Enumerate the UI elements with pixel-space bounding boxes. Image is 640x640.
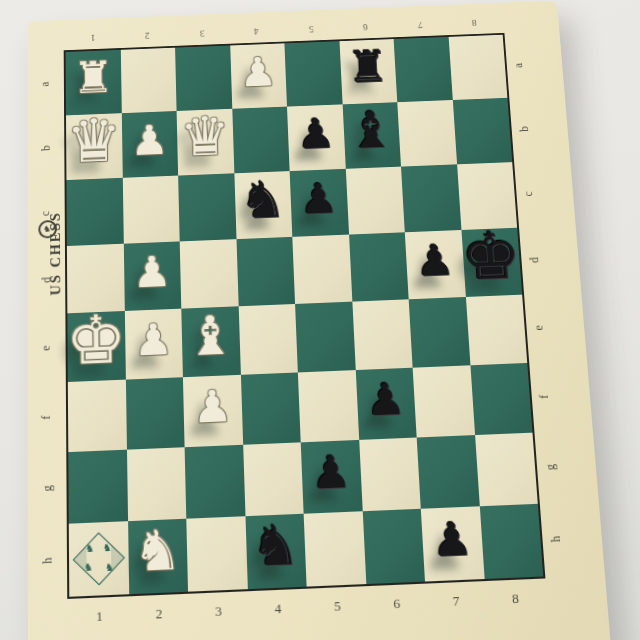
square-h5[interactable] [304, 511, 366, 586]
square-d6[interactable] [349, 232, 409, 301]
square-g7[interactable] [417, 435, 480, 509]
square-a1[interactable]: ♜ [66, 50, 122, 116]
square-c3[interactable] [178, 173, 236, 241]
rank-label-top-3: 3 [199, 29, 204, 39]
rank-label-top-2: 2 [145, 31, 150, 41]
square-g4[interactable] [243, 442, 304, 516]
black-rook-a6[interactable]: ♜ [346, 45, 389, 90]
square-b2[interactable]: ♟ [121, 111, 178, 178]
black-pawn-g5[interactable]: ♟ [310, 449, 352, 495]
square-a3[interactable] [175, 46, 232, 111]
logo-knight-icon: ♞ [102, 542, 111, 553]
rank-label-bottom-7: 7 [452, 593, 460, 610]
black-pawn-d7[interactable]: ♟ [414, 239, 455, 283]
square-f6[interactable]: ♟ [355, 368, 416, 440]
rank-label-bottom-5: 5 [334, 598, 342, 615]
square-f1[interactable] [68, 380, 127, 452]
file-label-left-g: g [40, 484, 55, 491]
logo-knight-icon: ♞ [105, 562, 114, 573]
white-bishop-e3[interactable]: ♝ [185, 308, 236, 364]
file-label-right-h: h [548, 535, 564, 542]
white-knight-h2[interactable]: ♞ [133, 522, 183, 579]
white-queen-b1[interactable]: ♛ [66, 110, 122, 171]
square-a2[interactable] [120, 48, 176, 114]
square-a7[interactable] [394, 37, 453, 102]
square-f2[interactable] [125, 377, 184, 449]
black-knight-h4[interactable]: ♞ [250, 517, 301, 574]
square-b6[interactable]: ♝ [342, 102, 401, 169]
square-c1[interactable] [66, 178, 123, 246]
square-g3[interactable] [185, 445, 245, 519]
us-chess-wordmark-block: ♞ US CHESS [30, 220, 65, 259]
square-f5[interactable] [298, 370, 359, 442]
rank-label-top-4: 4 [254, 26, 260, 36]
white-pawn-f3[interactable]: ♟ [192, 384, 233, 430]
square-b1[interactable]: ♛ [66, 113, 122, 180]
rank-label-top-1: 1 [90, 33, 95, 43]
rank-label-bottom-4: 4 [274, 600, 282, 617]
file-label-right-d: d [527, 257, 542, 264]
square-g1[interactable] [68, 450, 127, 524]
file-label-left-b: b [39, 145, 54, 152]
square-a4[interactable]: ♟ [230, 43, 287, 108]
black-knight-c4[interactable]: ♞ [239, 174, 287, 226]
square-e6[interactable] [352, 299, 413, 370]
coordinate-labels: aabbccddeeffgghh1122334455667788 [27, 1, 556, 22]
square-e2[interactable]: ♟ [124, 309, 183, 380]
square-c5[interactable]: ♟ [290, 169, 349, 237]
square-d4[interactable] [236, 237, 295, 306]
square-a6[interactable]: ♜ [339, 39, 397, 104]
file-label-left-h: h [40, 557, 55, 564]
square-b3[interactable]: ♛ [177, 109, 234, 176]
square-b7[interactable] [397, 100, 456, 167]
rank-label-bottom-2: 2 [156, 605, 164, 622]
black-pawn-b5[interactable]: ♟ [296, 113, 336, 155]
square-b8[interactable] [452, 98, 512, 165]
rank-label-top-8: 8 [471, 18, 477, 28]
square-e5[interactable] [295, 302, 355, 373]
white-queen-b3[interactable]: ♛ [179, 109, 231, 164]
square-c4[interactable]: ♞ [234, 171, 292, 239]
square-h6[interactable] [362, 509, 425, 584]
black-king-d8[interactable]: ♚ [459, 222, 523, 289]
rank-label-bottom-6: 6 [393, 595, 401, 612]
chess-board-grid: ♜♟♜♛♟♛♟♝♞♟♟♟♚♚♟♝♟♟♟♞♞♞♞♞♞♟ [66, 35, 544, 597]
square-f3[interactable]: ♟ [183, 375, 243, 447]
file-label-left-d: d [39, 276, 54, 283]
file-label-right-b: b [517, 125, 532, 132]
square-d3[interactable] [180, 239, 239, 308]
file-label-left-c: c [39, 210, 54, 216]
black-pawn-h7[interactable]: ♟ [431, 516, 474, 563]
vinyl-chess-board: ♞ US CHESS ♜♟♜♛♟♛♟♝♞♟♟♟♚♚♟♝♟♟♟♞♞♞♞♞♞♟ aa… [27, 1, 611, 640]
rank-label-top-7: 7 [417, 20, 423, 30]
square-f8[interactable] [470, 363, 533, 435]
square-f7[interactable] [413, 365, 475, 437]
rank-label-bottom-3: 3 [215, 603, 223, 620]
square-a5[interactable] [284, 41, 342, 106]
square-h4[interactable]: ♞ [245, 514, 307, 589]
file-label-right-c: c [522, 191, 537, 197]
square-e7[interactable] [409, 297, 470, 368]
square-d7[interactable]: ♟ [405, 230, 466, 299]
file-label-left-a: a [38, 81, 52, 87]
file-label-right-f: f [536, 394, 551, 399]
square-g5[interactable]: ♟ [301, 440, 363, 514]
file-label-right-g: g [543, 463, 559, 470]
logo-knight-icon: ♞ [83, 562, 92, 573]
rank-label-bottom-1: 1 [96, 608, 103, 625]
square-d2[interactable]: ♟ [123, 241, 181, 311]
file-label-left-e: e [39, 345, 54, 351]
square-d5[interactable] [292, 235, 352, 304]
square-h2[interactable]: ♞ [128, 519, 188, 595]
square-e4[interactable] [238, 304, 298, 375]
square-g6[interactable] [359, 438, 421, 512]
square-e8[interactable] [465, 295, 527, 366]
black-pawn-c5[interactable]: ♟ [299, 177, 339, 220]
square-h7[interactable]: ♟ [421, 506, 484, 581]
rank-label-bottom-8: 8 [511, 590, 519, 607]
square-a8[interactable] [448, 35, 507, 100]
square-f4[interactable] [240, 372, 300, 444]
square-h8[interactable] [479, 504, 543, 579]
square-h3[interactable] [186, 516, 247, 591]
square-d8[interactable]: ♚ [461, 228, 522, 297]
square-h1[interactable]: ♞♞♞♞ [69, 521, 129, 597]
square-e1[interactable]: ♚ [67, 311, 125, 382]
square-g8[interactable] [475, 433, 538, 507]
square-g2[interactable] [126, 447, 186, 521]
square-c6[interactable] [345, 167, 404, 235]
white-pawn-b2[interactable]: ♟ [130, 119, 169, 161]
white-pawn-e2[interactable]: ♟ [133, 317, 173, 362]
square-e3[interactable]: ♝ [181, 306, 240, 377]
square-b5[interactable]: ♟ [287, 104, 345, 171]
white-pawn-d2[interactable]: ♟ [132, 250, 172, 294]
white-king-e1[interactable]: ♚ [66, 305, 127, 374]
rank-label-top-5: 5 [308, 24, 314, 34]
file-label-right-e: e [532, 324, 547, 330]
rank-label-top-6: 6 [363, 22, 369, 32]
square-b4[interactable] [232, 107, 290, 174]
black-pawn-f6[interactable]: ♟ [365, 377, 407, 422]
logo-knight-icon: ♞ [85, 543, 94, 554]
square-c2[interactable] [122, 176, 179, 244]
black-bishop-b6[interactable]: ♝ [346, 104, 396, 156]
us-chess-knights-diamond-logo: ♞♞♞♞ [72, 532, 124, 585]
white-pawn-a4[interactable]: ♟ [239, 51, 278, 92]
square-c7[interactable] [401, 164, 461, 232]
file-label-right-a: a [512, 62, 527, 68]
file-label-left-f: f [39, 415, 54, 420]
white-rook-a1[interactable]: ♜ [73, 56, 115, 101]
